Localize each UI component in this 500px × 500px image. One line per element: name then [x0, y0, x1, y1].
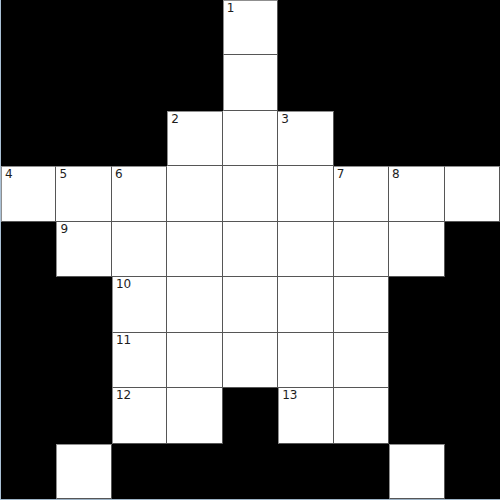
- block-cell-r1c2: [56, 0, 111, 55]
- block-cell-r8c1: [1, 388, 56, 443]
- block-cell-r5c9: [445, 222, 500, 277]
- clue-number-13: 13: [282, 389, 297, 402]
- cell-r4c6[interactable]: [278, 166, 333, 221]
- block-cell-r2c1: [1, 55, 56, 110]
- cell-r1c5[interactable]: 1: [223, 0, 278, 55]
- block-cell-r3c8: [389, 111, 444, 166]
- clue-number-10: 10: [116, 278, 131, 291]
- cell-r8c3[interactable]: 12: [112, 388, 167, 443]
- cell-r5c6[interactable]: [278, 222, 333, 277]
- block-cell-r2c8: [389, 55, 444, 110]
- block-cell-r8c8: [389, 388, 444, 443]
- block-cell-r2c9: [445, 55, 500, 110]
- block-cell-r1c9: [445, 0, 500, 55]
- block-cell-r2c6: [278, 55, 333, 110]
- cell-r5c4[interactable]: [167, 222, 222, 277]
- block-cell-r1c3: [112, 0, 167, 55]
- clue-number-11: 11: [116, 334, 131, 347]
- cell-r5c8[interactable]: [389, 222, 444, 277]
- block-cell-r9c5: [223, 444, 278, 499]
- cell-r7c3[interactable]: 11: [112, 333, 167, 388]
- clue-number-6: 6: [115, 168, 123, 181]
- block-cell-r5c1: [1, 222, 56, 277]
- block-cell-r7c9: [445, 333, 500, 388]
- clue-number-3: 3: [281, 113, 289, 126]
- cell-r4c8[interactable]: 8: [389, 166, 444, 221]
- block-cell-r8c5: [223, 388, 278, 443]
- cell-r5c3[interactable]: [112, 222, 167, 277]
- clue-number-8: 8: [392, 168, 400, 181]
- cell-r8c7[interactable]: [334, 388, 389, 443]
- clue-number-12: 12: [116, 389, 131, 402]
- clue-number-2: 2: [171, 113, 179, 126]
- cell-r4c2[interactable]: 5: [56, 166, 111, 221]
- cell-r9c2[interactable]: [56, 444, 111, 499]
- block-cell-r3c2: [56, 111, 111, 166]
- cell-r8c6[interactable]: 13: [278, 388, 333, 443]
- cell-r6c4[interactable]: [167, 277, 222, 332]
- block-cell-r2c7: [334, 55, 389, 110]
- block-cell-r8c2: [56, 388, 111, 443]
- block-cell-r8c9: [445, 388, 500, 443]
- block-cell-r9c9: [445, 444, 500, 499]
- block-cell-r9c3: [112, 444, 167, 499]
- block-cell-r3c3: [112, 111, 167, 166]
- block-cell-r7c1: [1, 333, 56, 388]
- cell-r5c2[interactable]: 9: [56, 222, 111, 277]
- block-cell-r9c7: [334, 444, 389, 499]
- cell-r7c7[interactable]: [334, 333, 389, 388]
- block-cell-r1c8: [389, 0, 444, 55]
- cell-r2c5[interactable]: [223, 55, 278, 110]
- block-cell-r1c6: [278, 0, 333, 55]
- block-cell-r2c2: [56, 55, 111, 110]
- block-cell-r9c6: [278, 444, 333, 499]
- block-cell-r1c1: [1, 0, 56, 55]
- clue-number-5: 5: [59, 168, 67, 181]
- block-cell-r1c7: [334, 0, 389, 55]
- crossword-board: 12345678910111213: [0, 0, 500, 500]
- block-cell-r3c9: [445, 111, 500, 166]
- cell-r3c5[interactable]: [223, 111, 278, 166]
- block-cell-r9c1: [1, 444, 56, 499]
- cell-r7c4[interactable]: [167, 333, 222, 388]
- cell-r6c7[interactable]: [334, 277, 389, 332]
- block-cell-r3c1: [1, 111, 56, 166]
- cell-r7c5[interactable]: [223, 333, 278, 388]
- cell-r6c3[interactable]: 10: [112, 277, 167, 332]
- cell-r7c6[interactable]: [278, 333, 333, 388]
- cell-r4c4[interactable]: [167, 166, 222, 221]
- block-cell-r3c7: [334, 111, 389, 166]
- clue-number-9: 9: [60, 223, 68, 236]
- cell-r5c7[interactable]: [334, 222, 389, 277]
- cell-r8c4[interactable]: [167, 388, 222, 443]
- block-cell-r9c4: [167, 444, 222, 499]
- block-cell-r7c2: [56, 333, 111, 388]
- cell-r4c1[interactable]: 4: [1, 166, 56, 221]
- cell-r9c8[interactable]: [389, 444, 444, 499]
- block-cell-r2c4: [167, 55, 222, 110]
- block-cell-r1c4: [167, 0, 222, 55]
- clue-number-1: 1: [227, 2, 235, 15]
- block-cell-r6c2: [56, 277, 111, 332]
- cell-r6c5[interactable]: [223, 277, 278, 332]
- cell-r3c4[interactable]: 2: [167, 111, 222, 166]
- block-cell-r6c1: [1, 277, 56, 332]
- cell-r4c3[interactable]: 6: [112, 166, 167, 221]
- block-cell-r2c3: [112, 55, 167, 110]
- clue-number-7: 7: [337, 168, 345, 181]
- cell-r4c9[interactable]: [445, 166, 500, 221]
- cell-r5c5[interactable]: [223, 222, 278, 277]
- block-cell-r6c9: [445, 277, 500, 332]
- clue-number-4: 4: [5, 168, 13, 181]
- cell-r3c6[interactable]: 3: [278, 111, 333, 166]
- block-cell-r6c8: [389, 277, 444, 332]
- cell-r6c6[interactable]: [278, 277, 333, 332]
- cell-r4c5[interactable]: [223, 166, 278, 221]
- cell-r4c7[interactable]: 7: [334, 166, 389, 221]
- block-cell-r7c8: [389, 333, 444, 388]
